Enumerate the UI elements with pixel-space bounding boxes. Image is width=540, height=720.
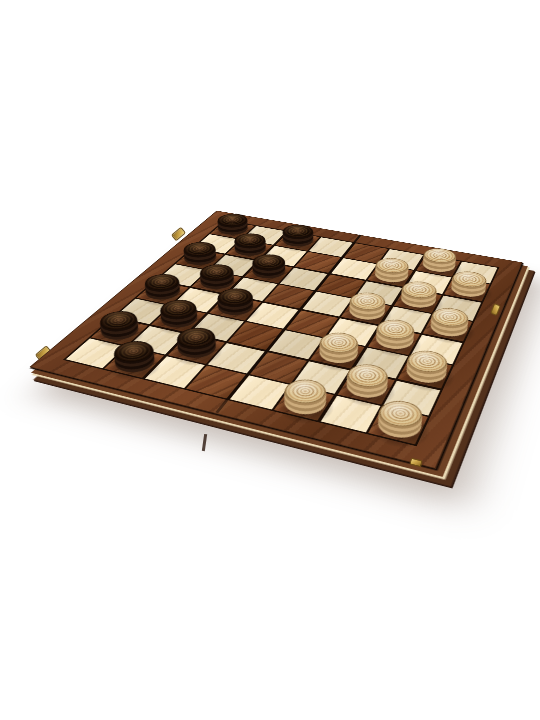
fold-seam-front (202, 434, 207, 451)
checkers-board (29, 211, 522, 469)
brass-clasp-icon (409, 458, 422, 468)
photo-scene: Standard English draughts starting posit… (0, 0, 540, 720)
